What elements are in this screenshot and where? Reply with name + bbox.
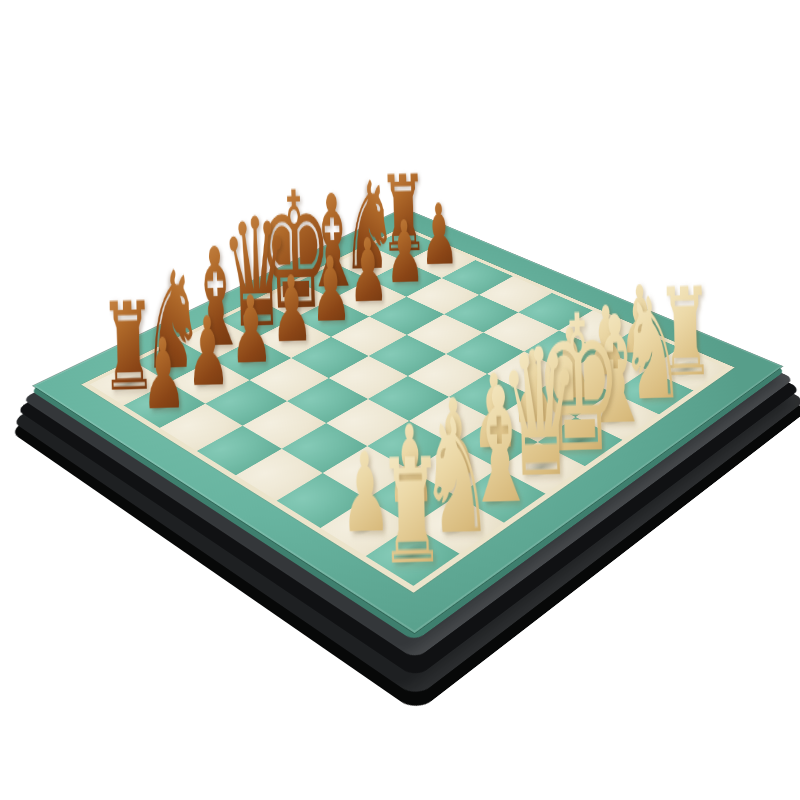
- chess-board: ♜♞♟♝♟♚♟♛♟♝♟♞♟♟♜♟♟♜♟♟♞♟♝♟♚♟♛♟♝♟♞♜: [33, 208, 782, 633]
- scene-tilt: ♜♞♟♝♟♚♟♛♟♝♟♞♟♟♜♟♟♜♟♟♞♟♝♟♚♟♛♟♝♟♞♜: [0, 0, 800, 800]
- perspective-stage: ♜♞♟♝♟♚♟♛♟♝♟♞♟♟♜♟♟♜♟♟♞♟♝♟♚♟♛♟♝♟♞♜: [0, 0, 800, 800]
- product-photo-scene: ♜♞♟♝♟♚♟♛♟♝♟♞♟♟♜♟♟♜♟♟♞♟♝♟♚♟♛♟♝♟♞♜: [0, 0, 800, 800]
